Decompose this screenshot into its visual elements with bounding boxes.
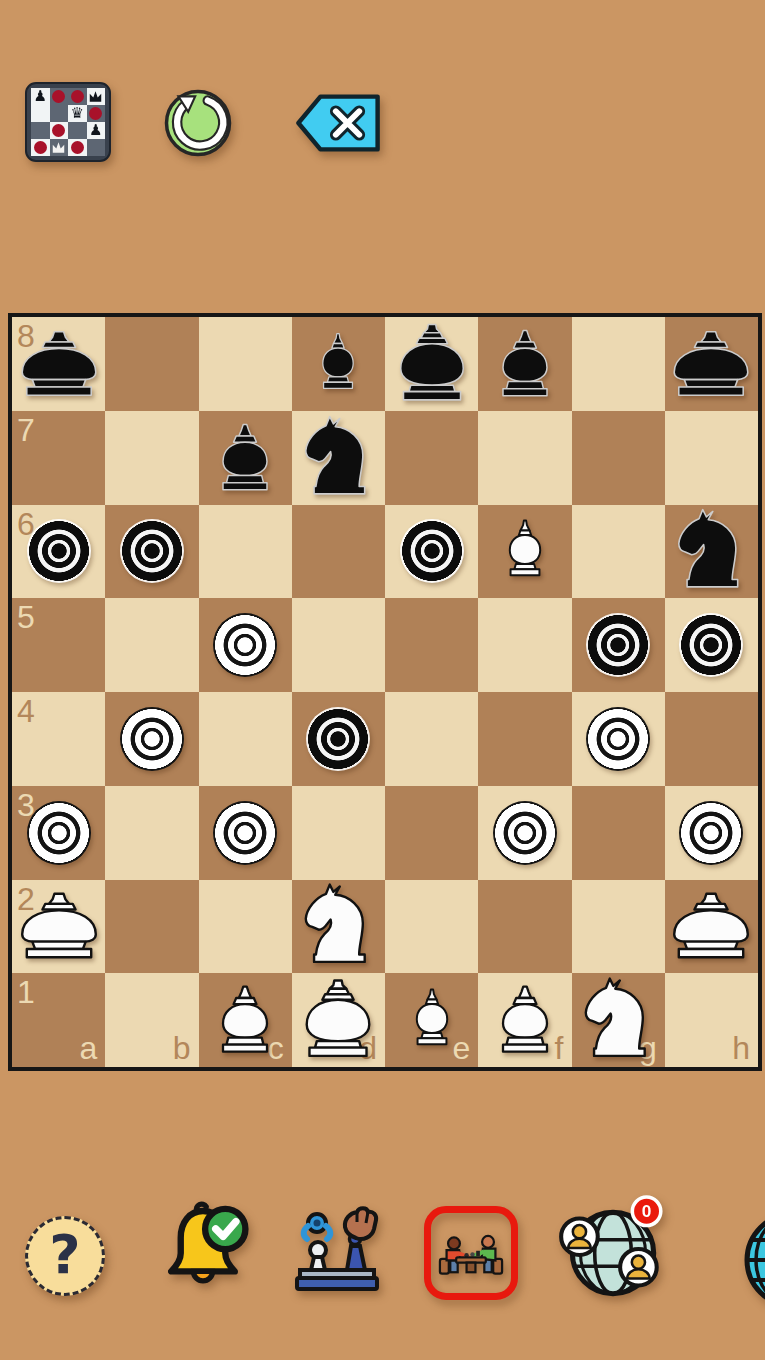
- white-bishop-khon[interactable]: [481, 977, 569, 1065]
- square-a1[interactable]: 1a: [12, 973, 105, 1067]
- blue-piece-icon: [347, 1246, 365, 1270]
- black-queen-icon: ♛: [71, 106, 84, 121]
- hand-icon: [345, 1208, 376, 1239]
- square-b8[interactable]: [105, 317, 198, 411]
- backspace-icon: [298, 97, 377, 150]
- logo-cell: [87, 105, 106, 122]
- square-c6[interactable]: [199, 505, 292, 599]
- square-a2[interactable]: 2: [12, 880, 105, 974]
- black-rook-ruea[interactable]: [13, 319, 105, 411]
- white-crown-icon: [51, 141, 66, 154]
- square-e7[interactable]: [385, 411, 478, 505]
- chess-platform-icon: [297, 1278, 377, 1289]
- square-e8[interactable]: [385, 317, 478, 411]
- square-h8[interactable]: [665, 317, 758, 411]
- square-h3[interactable]: [665, 786, 758, 880]
- rank-label: 5: [17, 601, 35, 633]
- white-queen-met[interactable]: [487, 514, 563, 590]
- logo-cell: ♟: [87, 122, 106, 139]
- square-a8[interactable]: 8: [12, 317, 105, 411]
- square-d4[interactable]: [292, 692, 385, 786]
- black-crown-icon: [88, 90, 103, 103]
- file-label: h: [732, 1032, 750, 1064]
- robot-claw-icon: [326, 1226, 330, 1239]
- board-grid: 87654321abcdefgh: [12, 317, 758, 1067]
- black-queen-met[interactable]: [300, 327, 376, 403]
- notifications-button[interactable]: [150, 1194, 256, 1300]
- white-pawn-bia[interactable]: [27, 801, 91, 865]
- square-f7[interactable]: [478, 411, 571, 505]
- square-f6[interactable]: [478, 505, 571, 599]
- question-mark-icon: ?: [49, 1223, 80, 1286]
- logo-cell: [31, 122, 50, 139]
- square-d8[interactable]: [292, 317, 385, 411]
- white-queen-met[interactable]: [394, 983, 470, 1059]
- square-b1[interactable]: b: [105, 973, 198, 1067]
- robot-claw-icon: [314, 1220, 321, 1227]
- square-c1[interactable]: c: [199, 973, 292, 1067]
- square-a7[interactable]: 7: [12, 411, 105, 505]
- white-rook-ruea[interactable]: [665, 881, 757, 973]
- square-c3[interactable]: [199, 786, 292, 880]
- white-pawn-bia[interactable]: [679, 801, 743, 865]
- black-pawn-bia[interactable]: [306, 707, 370, 771]
- white-rook-ruea[interactable]: [13, 881, 105, 973]
- white-pawn-bia[interactable]: [120, 707, 184, 771]
- bell-clapper-icon: [193, 1271, 212, 1281]
- white-pawn-bia[interactable]: [493, 801, 557, 865]
- square-h4[interactable]: [665, 692, 758, 786]
- help-button[interactable]: ?: [25, 1216, 105, 1296]
- square-e6[interactable]: [385, 505, 478, 599]
- square-d5[interactable]: [292, 598, 385, 692]
- square-d1[interactable]: d: [292, 973, 385, 1067]
- square-c8[interactable]: [199, 317, 292, 411]
- square-g7[interactable]: [572, 411, 665, 505]
- black-pawn-icon: ♟: [89, 123, 102, 138]
- player-avatar-icon: [573, 1225, 586, 1238]
- square-a3[interactable]: 3: [12, 786, 105, 880]
- square-a6[interactable]: 6: [12, 505, 105, 599]
- two-players-table-icon: [434, 1216, 508, 1290]
- white-pawn-bia[interactable]: [213, 801, 277, 865]
- square-b6[interactable]: [105, 505, 198, 599]
- square-c7[interactable]: [199, 411, 292, 505]
- square-g2[interactable]: [572, 880, 665, 974]
- player-avatar-icon: [627, 1269, 649, 1278]
- logo-cell: [68, 88, 87, 105]
- square-c4[interactable]: [199, 692, 292, 786]
- square-b3[interactable]: [105, 786, 198, 880]
- logo-cell: ♛: [68, 105, 87, 122]
- backspace-button[interactable]: [294, 92, 382, 154]
- square-g3[interactable]: [572, 786, 665, 880]
- square-e5[interactable]: [385, 598, 478, 692]
- square-g1[interactable]: g: [572, 973, 665, 1067]
- logo-cell: [87, 88, 106, 105]
- player-avatar-icon: [568, 1239, 590, 1248]
- logo-cell: [31, 139, 50, 156]
- black-pawn-bia[interactable]: [679, 613, 743, 677]
- square-e1[interactable]: e: [385, 973, 478, 1067]
- square-d2[interactable]: [292, 880, 385, 974]
- red-disc-icon: [52, 90, 65, 103]
- black-pawn-bia[interactable]: [27, 519, 91, 583]
- white-king-khun[interactable]: [292, 975, 384, 1067]
- black-knight-ma[interactable]: [292, 413, 384, 505]
- logo-cell: ♟: [31, 88, 50, 105]
- black-bishop-khon[interactable]: [481, 321, 569, 409]
- white-bishop-khon[interactable]: [201, 977, 289, 1065]
- two-player-local-button[interactable]: [424, 1206, 518, 1300]
- square-e3[interactable]: [385, 786, 478, 880]
- square-f2[interactable]: [478, 880, 571, 974]
- square-f5[interactable]: [478, 598, 571, 692]
- logo-cell: [50, 139, 69, 156]
- black-pawn-bia[interactable]: [400, 519, 464, 583]
- white-pawn-bia[interactable]: [213, 613, 277, 677]
- file-label: a: [79, 1032, 97, 1064]
- white-pawn-bia[interactable]: [586, 707, 650, 771]
- badge-count: 0: [642, 1201, 652, 1221]
- white-knight-ma[interactable]: [572, 975, 664, 1067]
- rank-label: 4: [17, 695, 35, 727]
- square-b5[interactable]: [105, 598, 198, 692]
- black-knight-ma[interactable]: [665, 506, 757, 598]
- square-a5[interactable]: 5: [12, 598, 105, 692]
- black-rook-ruea[interactable]: [665, 319, 757, 411]
- square-f8[interactable]: [478, 317, 571, 411]
- board: 87654321abcdefgh: [8, 313, 762, 1071]
- app-logo[interactable]: ♟♛♟: [25, 82, 111, 162]
- black-pawn-bia[interactable]: [120, 519, 184, 583]
- square-b7[interactable]: [105, 411, 198, 505]
- square-h7[interactable]: [665, 411, 758, 505]
- white-pawn-icon: [311, 1257, 325, 1270]
- square-h1[interactable]: h: [665, 973, 758, 1067]
- square-f3[interactable]: [478, 786, 571, 880]
- square-d7[interactable]: [292, 411, 385, 505]
- file-label: b: [173, 1032, 191, 1064]
- square-e4[interactable]: [385, 692, 478, 786]
- logo-cell: [31, 105, 50, 122]
- black-pawn-icon: ♟: [34, 89, 47, 104]
- red-disc-icon: [34, 141, 47, 154]
- rank-label: 7: [17, 414, 35, 446]
- square-c2[interactable]: [199, 880, 292, 974]
- square-h6[interactable]: [665, 505, 758, 599]
- square-b4[interactable]: [105, 692, 198, 786]
- black-pawn-bia[interactable]: [586, 613, 650, 677]
- square-g8[interactable]: [572, 317, 665, 411]
- logo-cell: [68, 139, 87, 156]
- play-vs-computer-button[interactable]: [287, 1197, 387, 1297]
- logo-cell: [50, 88, 69, 105]
- red-disc-icon: [89, 107, 102, 120]
- square-d3[interactable]: [292, 786, 385, 880]
- logo-cell: [68, 122, 87, 139]
- red-disc-icon: [71, 90, 84, 103]
- online-friends-button[interactable]: 0: [552, 1192, 674, 1314]
- app-screen: ♟♛♟ 87654321abcdefgh ?: [0, 0, 765, 1360]
- square-a4[interactable]: 4: [12, 692, 105, 786]
- red-disc-icon: [52, 124, 65, 137]
- black-bishop-khon[interactable]: [201, 415, 289, 503]
- restart-button[interactable]: [163, 88, 233, 158]
- square-g5[interactable]: [572, 598, 665, 692]
- square-g6[interactable]: [572, 505, 665, 599]
- logo-cell: [50, 105, 69, 122]
- online-global-button[interactable]: [735, 1210, 765, 1316]
- robot-claw-icon: [304, 1226, 308, 1239]
- square-b2[interactable]: [105, 880, 198, 974]
- logo-cell: [87, 139, 106, 156]
- logo-cell: [50, 122, 69, 139]
- square-d6[interactable]: [292, 505, 385, 599]
- square-h5[interactable]: [665, 598, 758, 692]
- square-e2[interactable]: [385, 880, 478, 974]
- square-f4[interactable]: [478, 692, 571, 786]
- square-g4[interactable]: [572, 692, 665, 786]
- square-c5[interactable]: [199, 598, 292, 692]
- player-avatar-icon: [632, 1256, 645, 1269]
- rank-label: 1: [17, 976, 35, 1008]
- red-disc-icon: [71, 141, 84, 154]
- white-knight-ma[interactable]: [292, 881, 384, 973]
- square-f1[interactable]: f: [478, 973, 571, 1067]
- black-king-khun[interactable]: [386, 319, 478, 411]
- square-h2[interactable]: [665, 880, 758, 974]
